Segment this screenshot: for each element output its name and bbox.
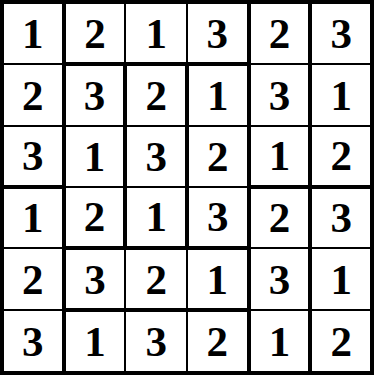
cell-r3c4: 2 [187,126,249,187]
cell-r1c2: 2 [64,2,126,64]
grid-row: 121323 [2,187,372,248]
cell-r3c3: 3 [125,126,187,187]
cell-r5c1: 2 [2,248,64,310]
puzzle-grid-body: 121323232131313212121323232131313212 [2,2,372,373]
grid-row: 313212 [2,126,372,187]
puzzle-grid: 121323232131313212121323232131313212 [0,0,374,375]
cell-r2c3: 2 [125,64,187,125]
grid-row: 313212 [2,310,372,373]
cell-r6c4: 2 [187,310,249,373]
cell-r5c4: 1 [187,248,249,310]
cell-r6c6: 2 [310,310,372,373]
puzzle-board: 121323232131313212121323232131313212 [0,0,374,375]
cell-r3c2: 1 [64,126,126,187]
cell-r5c5: 3 [249,248,311,310]
cell-r1c6: 3 [310,2,372,64]
cell-r5c6: 1 [310,248,372,310]
cell-r3c1: 3 [2,126,64,187]
grid-row: 232131 [2,248,372,310]
cell-r4c3: 1 [125,187,187,248]
cell-r1c1: 1 [2,2,64,64]
grid-row: 232131 [2,64,372,125]
cell-r1c5: 2 [249,2,311,64]
cell-r1c4: 3 [187,2,249,64]
cell-r2c1: 2 [2,64,64,125]
cell-r6c1: 3 [2,310,64,373]
cell-r4c4: 3 [187,187,249,248]
cell-r3c5: 1 [249,126,311,187]
cell-r2c6: 1 [310,64,372,125]
cell-r2c4: 1 [187,64,249,125]
cell-r5c2: 3 [64,248,126,310]
cell-r6c3: 3 [125,310,187,373]
cell-r4c2: 2 [64,187,126,248]
cell-r6c2: 1 [64,310,126,373]
cell-r5c3: 2 [125,248,187,310]
cell-r4c6: 3 [310,187,372,248]
cell-r3c6: 2 [310,126,372,187]
cell-r6c5: 1 [249,310,311,373]
cell-r2c5: 3 [249,64,311,125]
grid-row: 121323 [2,2,372,64]
cell-r4c5: 2 [249,187,311,248]
cell-r4c1: 1 [2,187,64,248]
cell-r1c3: 1 [125,2,187,64]
cell-r2c2: 3 [64,64,126,125]
